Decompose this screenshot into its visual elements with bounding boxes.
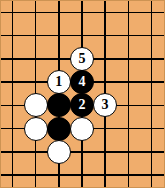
move-number-label: 1 xyxy=(55,75,62,89)
stone-white xyxy=(47,140,71,164)
stone-white-move-5: 5 xyxy=(70,47,94,71)
move-number-label: 5 xyxy=(78,52,85,66)
grid-line-horizontal xyxy=(1,12,164,14)
grid-line-horizontal xyxy=(1,35,164,37)
grid-line-vertical xyxy=(128,1,130,187)
stone-white xyxy=(70,117,94,141)
stone-black-move-2: 2 xyxy=(70,93,94,117)
stone-white-move-1: 1 xyxy=(47,70,71,94)
move-number-label: 3 xyxy=(102,98,109,112)
move-number-label: 2 xyxy=(78,98,85,112)
grid-line-vertical xyxy=(12,1,14,187)
grid-line-horizontal xyxy=(1,174,164,176)
move-number-label: 4 xyxy=(78,75,85,89)
grid-line-vertical xyxy=(151,1,153,187)
stone-white xyxy=(24,117,48,141)
stone-black-move-4: 4 xyxy=(70,70,94,94)
stone-white xyxy=(24,93,48,117)
stone-black xyxy=(47,93,71,117)
grid-line-horizontal xyxy=(1,151,164,153)
stone-white-move-3: 3 xyxy=(93,93,117,117)
go-board: 51423 xyxy=(0,0,165,188)
stone-black xyxy=(47,117,71,141)
